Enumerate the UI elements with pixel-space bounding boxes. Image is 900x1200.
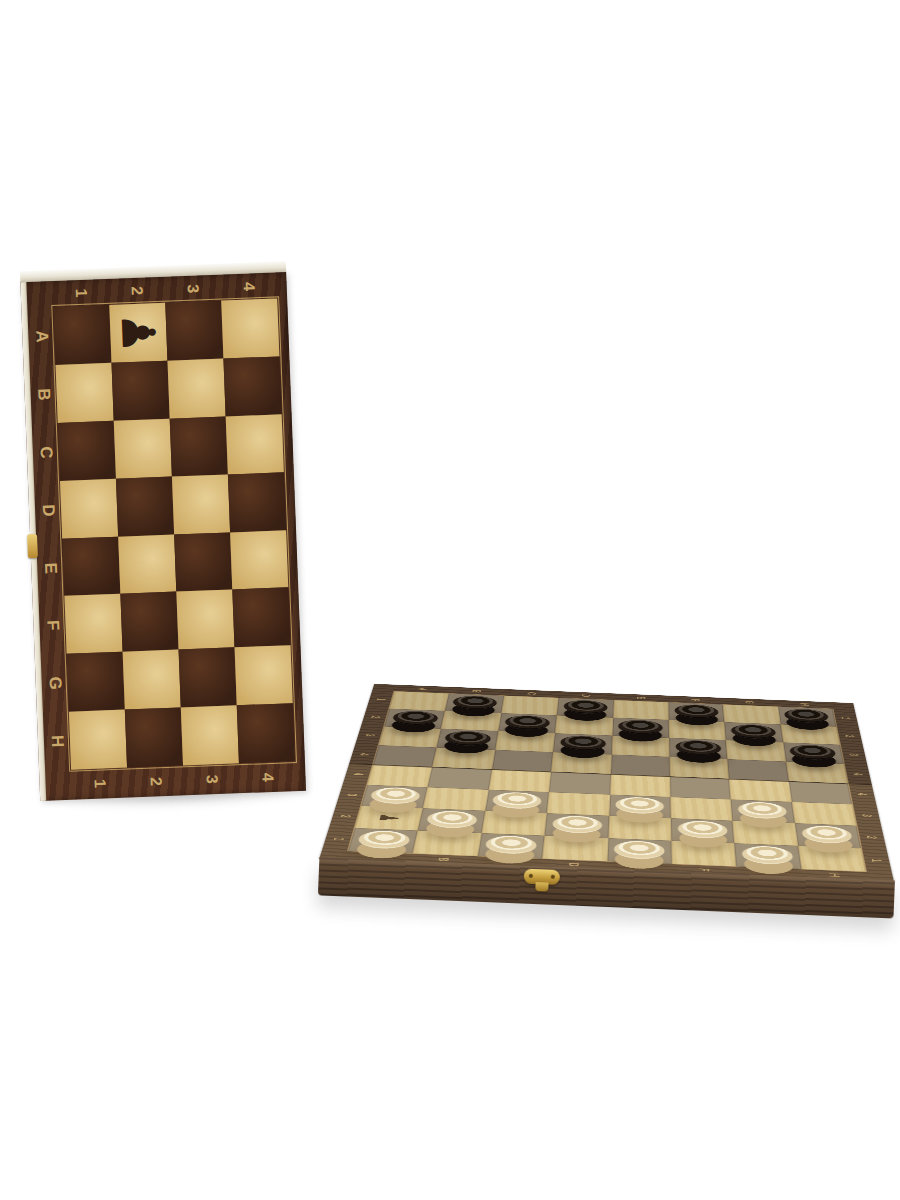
checker-light-g3	[737, 801, 787, 819]
folded-square-d2	[116, 476, 174, 536]
folded-bottom-coordinates: 1234	[71, 761, 296, 800]
folded-square-c2	[114, 418, 172, 478]
folded-square-b2	[112, 361, 170, 421]
checker-dark-h8	[784, 708, 830, 723]
folded-row-label-a: A	[12, 322, 71, 350]
square-e2	[608, 816, 671, 841]
checker-dark-c7	[505, 715, 551, 731]
checker-light-b2	[425, 810, 478, 829]
square-f5	[669, 757, 729, 779]
square-h6	[783, 742, 844, 763]
square-h2	[795, 823, 861, 848]
square-c3	[485, 790, 549, 814]
flat-left-label-3: 3	[339, 730, 401, 740]
checker-light-e1	[614, 840, 665, 860]
square-g6	[726, 740, 786, 761]
checker-light-h2	[801, 825, 853, 844]
checker-light-a1	[356, 830, 411, 850]
square-g4	[729, 779, 791, 802]
checker-light-c3	[492, 791, 543, 809]
folded-square-b4	[223, 356, 281, 416]
square-g7	[724, 722, 782, 742]
folded-square-d3	[172, 474, 230, 534]
square-a3	[361, 785, 428, 809]
square-f8	[668, 702, 724, 722]
folded-board-box: 1234 ABCDEFGH 1234 ♟	[20, 261, 306, 801]
folded-row-label-f: F	[23, 612, 82, 640]
flat-left-label-4: 4	[332, 749, 395, 759]
checker-dark-g7	[730, 724, 776, 740]
product-photo-scene: 1234 ABCDEFGH 1234 ♟ ABCDEFGH ABCDEFGH 1…	[0, 0, 900, 1200]
flat-board-surface: ABCDEFGH ABCDEFGH 12344321 12344321 ♟	[319, 684, 894, 882]
square-e7	[612, 718, 669, 738]
square-b7	[441, 711, 501, 731]
square-c2	[481, 811, 547, 836]
square-c5	[492, 750, 553, 772]
checker-light-g1	[741, 845, 794, 865]
checker-light-c1	[485, 835, 538, 855]
square-d5	[551, 752, 611, 774]
folded-square-f3	[176, 590, 234, 650]
folded-square-b3	[167, 358, 225, 418]
checker-light-d2	[552, 815, 603, 834]
checker-dark-f8	[674, 704, 718, 719]
checker-dark-a7	[391, 710, 439, 725]
folded-square-f4	[232, 588, 290, 648]
square-c7	[498, 713, 557, 733]
square-b6	[437, 729, 498, 750]
square-d7	[555, 715, 613, 735]
square-a2: ♟	[355, 806, 423, 831]
flat-far-label-e: E	[630, 689, 652, 706]
square-g3	[731, 799, 795, 823]
checker-dark-d6	[560, 735, 607, 751]
folded-square-g2	[123, 650, 181, 710]
square-f3	[670, 797, 732, 821]
square-b4	[428, 767, 492, 790]
checker-light-e3	[615, 796, 664, 814]
open-board-set: ABCDEFGH ABCDEFGH 12344321 12344321 ♟	[338, 494, 882, 1055]
checker-dark-h6	[789, 744, 837, 760]
square-d2	[545, 813, 609, 838]
checker-dark-b8	[452, 695, 498, 710]
folded-row-label-d: D	[19, 496, 78, 524]
square-f7	[669, 720, 726, 740]
square-e3	[609, 794, 671, 818]
folded-col-label-3: 3	[179, 260, 207, 317]
flat-left-label-4: 4	[326, 769, 390, 779]
folded-col-label-1: 1	[84, 755, 116, 812]
square-b3	[423, 787, 488, 811]
square-d8	[557, 698, 614, 718]
folded-square-c3	[170, 416, 228, 476]
folded-square-g4	[235, 645, 293, 705]
folded-row-label-h: H	[28, 727, 87, 755]
square-b5	[433, 747, 496, 769]
square-b2	[418, 808, 485, 833]
square-d4	[549, 772, 610, 795]
folded-col-label-2: 2	[140, 753, 172, 810]
folded-square-e4	[230, 530, 288, 590]
square-g5	[728, 759, 789, 781]
folded-row-label-c: C	[16, 438, 75, 466]
square-a7	[384, 709, 445, 729]
checker-light-f2	[677, 820, 727, 839]
folded-square-f2	[120, 592, 178, 652]
folded-col-label-2: 2	[123, 262, 151, 319]
checker-dark-d8	[563, 699, 608, 714]
square-f4	[670, 776, 731, 799]
square-g2	[733, 821, 798, 846]
square-e4	[610, 774, 671, 797]
square-c6	[495, 731, 555, 752]
flat-left-label-1: 1	[351, 695, 410, 704]
folded-col-label-4: 4	[235, 258, 263, 315]
folded-col-label-3: 3	[196, 751, 228, 808]
square-e5	[611, 754, 670, 776]
checker-light-a3	[369, 787, 422, 805]
square-f2	[671, 818, 735, 843]
folded-board-face: 1234 ABCDEFGH 1234 ♟	[20, 272, 306, 801]
brass-clasp-icon	[27, 534, 38, 558]
checker-dark-e7	[618, 719, 663, 735]
checker-dark-f6	[675, 740, 721, 756]
square-b8	[445, 694, 504, 714]
square-d6	[553, 733, 612, 754]
brass-clasp-tongue-icon	[535, 882, 548, 892]
square-f6	[669, 738, 728, 759]
folded-square-e3	[174, 532, 232, 592]
pawn-logo-icon-small: ♟	[354, 806, 424, 830]
folded-row-label-b: B	[14, 380, 73, 408]
square-d3	[547, 792, 610, 816]
folded-square-d4	[228, 472, 286, 532]
flat-far-label-a: A	[409, 681, 435, 698]
flat-far-label-c: C	[520, 685, 544, 702]
folded-half-chessboard: ♟	[53, 298, 295, 769]
folded-row-label-g: G	[25, 669, 84, 697]
checker-dark-b6	[444, 730, 492, 746]
folded-square-c4	[226, 414, 284, 474]
folded-col-label-1: 1	[67, 265, 95, 322]
folded-row-label-e: E	[21, 554, 80, 582]
folded-top-coordinates: 1234	[52, 272, 277, 307]
square-c4	[489, 769, 552, 792]
folded-square-g3	[179, 648, 237, 708]
square-e6	[611, 736, 669, 757]
folded-square-e2	[118, 534, 176, 594]
folded-col-label-4: 4	[251, 749, 283, 806]
flat-far-label-g: G	[738, 694, 762, 711]
